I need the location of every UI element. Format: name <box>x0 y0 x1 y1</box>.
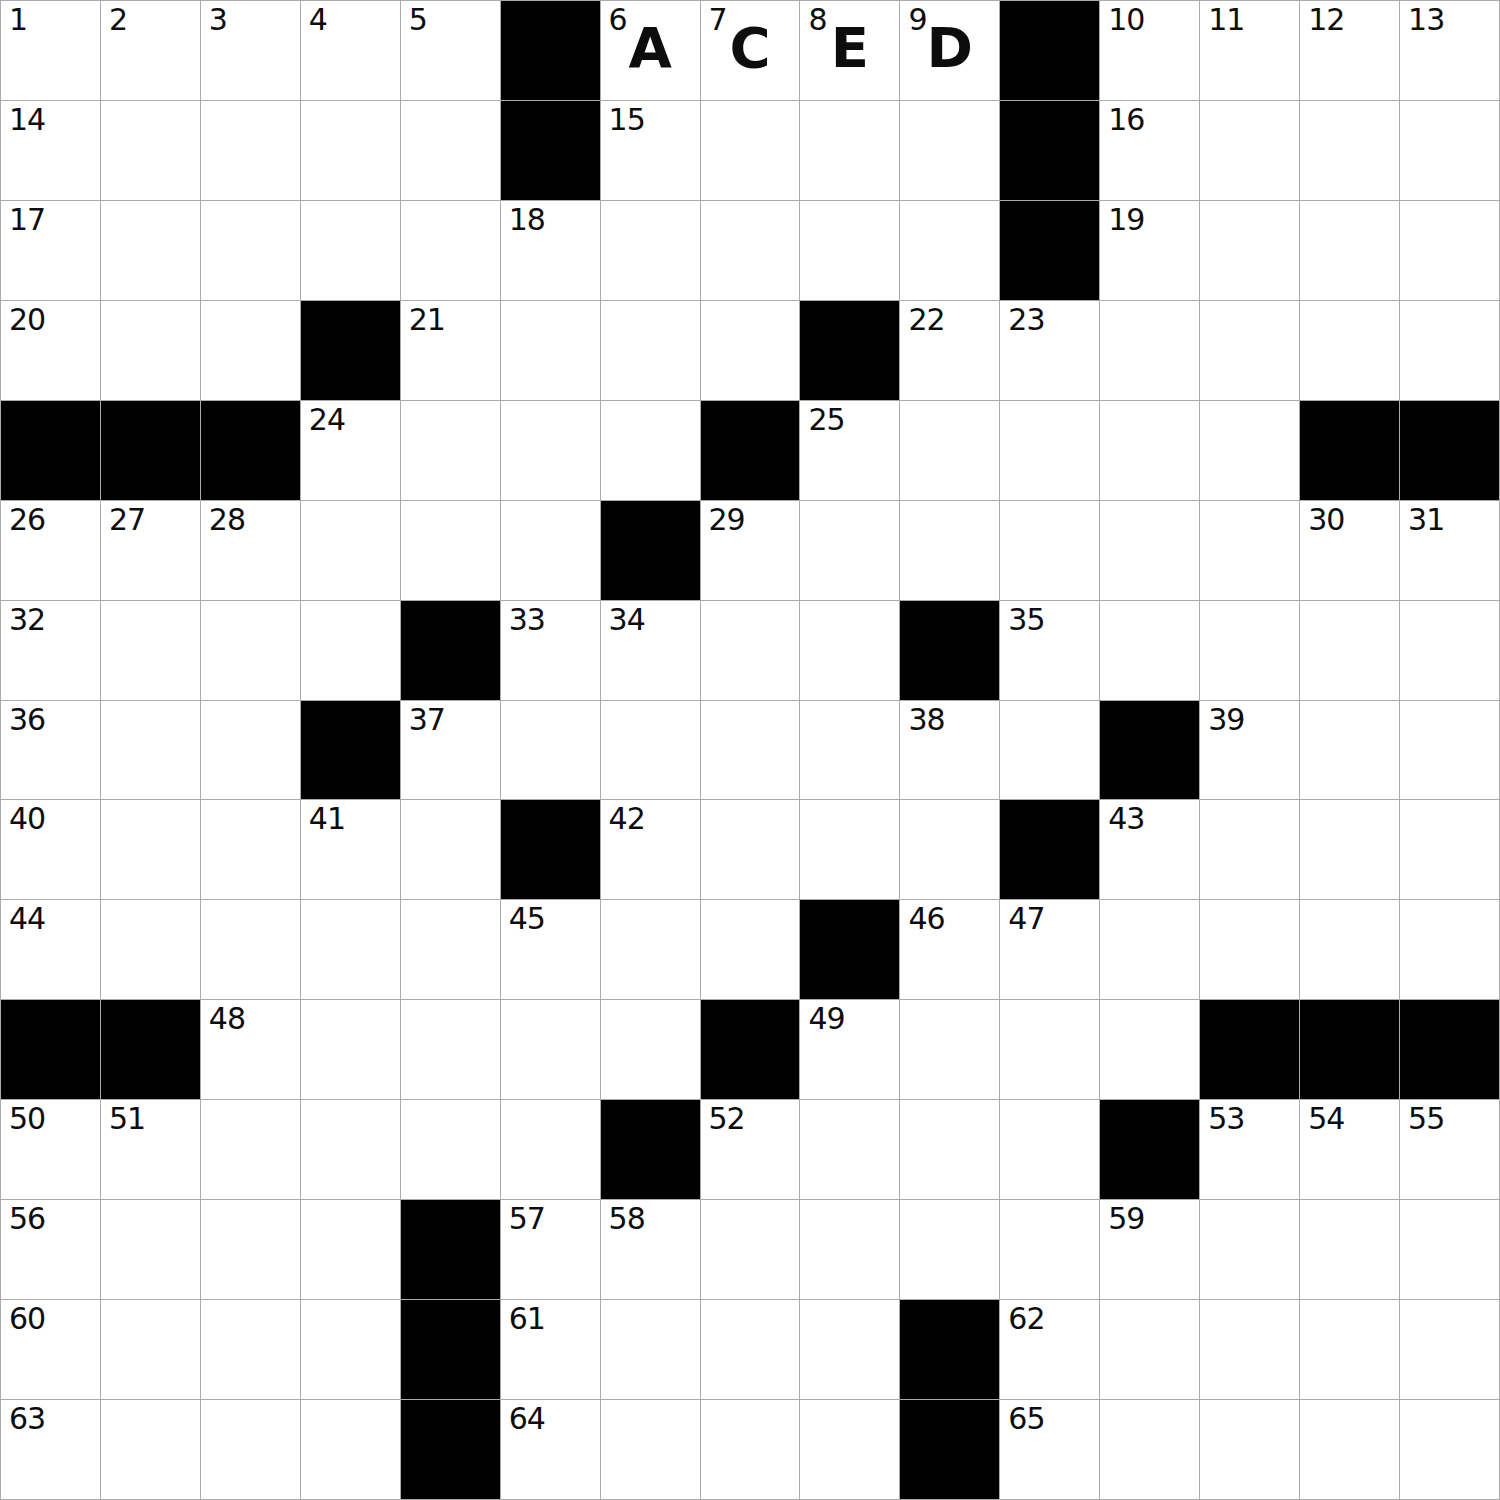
cell-r7c7[interactable] <box>701 701 801 801</box>
clue-number: 36 <box>9 705 45 735</box>
cell-r2c1[interactable] <box>101 201 201 301</box>
cell-r14c3[interactable] <box>301 1400 401 1500</box>
clue-number: 21 <box>409 305 445 335</box>
cell-r3c1[interactable] <box>101 301 201 401</box>
cell-r3c9[interactable]: 22 <box>900 301 1000 401</box>
clue-number: 57 <box>509 1204 545 1234</box>
cell-r4c3[interactable]: 24 <box>301 401 401 501</box>
cell-r1c0[interactable]: 14 <box>1 101 101 201</box>
block-cell-r7c11 <box>1100 701 1200 801</box>
clue-number: 31 <box>1408 505 1444 535</box>
cell-r14c1[interactable] <box>101 1400 201 1500</box>
cell-r9c5[interactable]: 45 <box>501 900 601 1000</box>
cell-r5c8[interactable] <box>800 501 900 601</box>
block-cell-r10c7 <box>701 1000 801 1100</box>
clue-number: 2 <box>109 5 127 35</box>
cell-r7c8[interactable] <box>800 701 900 801</box>
cell-r13c12[interactable] <box>1200 1300 1300 1400</box>
cell-r1c11[interactable]: 16 <box>1100 101 1200 201</box>
cell-r9c14[interactable] <box>1400 900 1500 1000</box>
cell-r4c12[interactable] <box>1200 401 1300 501</box>
clue-number: 11 <box>1208 5 1244 35</box>
cell-r13c3[interactable] <box>301 1300 401 1400</box>
cell-r4c4[interactable] <box>401 401 501 501</box>
cell-r14c5[interactable]: 64 <box>501 1400 601 1500</box>
clue-number: 62 <box>1008 1304 1044 1334</box>
cell-r3c4[interactable]: 21 <box>401 301 501 401</box>
cell-r12c7[interactable] <box>701 1200 801 1300</box>
clue-number: 39 <box>1208 705 1244 735</box>
cell-r9c12[interactable] <box>1200 900 1300 1000</box>
cell-r4c10[interactable] <box>1000 401 1100 501</box>
clue-number: 32 <box>9 605 45 635</box>
block-cell-r11c6 <box>601 1100 701 1200</box>
cell-r11c1[interactable]: 51 <box>101 1100 201 1200</box>
block-cell-r1c5 <box>501 101 601 201</box>
cell-r14c2[interactable] <box>201 1400 301 1500</box>
cell-r13c6[interactable] <box>601 1300 701 1400</box>
cell-r12c5[interactable]: 57 <box>501 1200 601 1300</box>
cell-r7c0[interactable]: 36 <box>1 701 101 801</box>
clue-number: 23 <box>1008 305 1044 335</box>
block-cell-r1c10 <box>1000 101 1100 201</box>
block-cell-r6c4 <box>401 601 501 701</box>
cell-r4c8[interactable]: 25 <box>800 401 900 501</box>
clue-number: 19 <box>1108 205 1144 235</box>
cell-r5c1[interactable]: 27 <box>101 501 201 601</box>
clue-number: 13 <box>1408 5 1444 35</box>
cell-r6c13[interactable] <box>1300 601 1400 701</box>
block-cell-r8c5 <box>501 800 601 900</box>
cell-r4c9[interactable] <box>900 401 1000 501</box>
cell-r14c6[interactable] <box>601 1400 701 1500</box>
clue-number: 15 <box>609 105 645 135</box>
cell-r2c12[interactable] <box>1200 201 1300 301</box>
cell-r5c7[interactable]: 29 <box>701 501 801 601</box>
cell-r5c4[interactable] <box>401 501 501 601</box>
cell-r3c14[interactable] <box>1400 301 1500 401</box>
clue-number: 61 <box>509 1304 545 1334</box>
clue-number: 26 <box>9 505 45 535</box>
cell-r14c13[interactable] <box>1300 1400 1400 1500</box>
cell-r7c10[interactable] <box>1000 701 1100 801</box>
block-cell-r4c0 <box>1 401 101 501</box>
cell-r3c6[interactable] <box>601 301 701 401</box>
block-cell-r2c10 <box>1000 201 1100 301</box>
cell-r5c5[interactable] <box>501 501 601 601</box>
clue-number: 14 <box>9 105 45 135</box>
cell-r14c7[interactable] <box>701 1400 801 1500</box>
cell-letter: A <box>601 1 700 100</box>
cell-letter: D <box>900 1 999 100</box>
cell-r6c8[interactable] <box>800 601 900 701</box>
cell-r11c5[interactable] <box>501 1100 601 1200</box>
clue-number: 30 <box>1308 505 1344 535</box>
cell-r7c5[interactable] <box>501 701 601 801</box>
cell-letter: C <box>701 1 800 100</box>
cell-r12c11[interactable]: 59 <box>1100 1200 1200 1300</box>
block-cell-r4c7 <box>701 401 801 501</box>
clue-number: 25 <box>808 405 844 435</box>
clue-number: 58 <box>609 1204 645 1234</box>
cell-r2c3[interactable] <box>301 201 401 301</box>
cell-r10c5[interactable] <box>501 1000 601 1100</box>
block-cell-r0c5 <box>501 1 601 101</box>
cell-r2c2[interactable] <box>201 201 301 301</box>
cell-r6c5[interactable]: 33 <box>501 601 601 701</box>
cell-r12c9[interactable] <box>900 1200 1000 1300</box>
block-cell-r6c9 <box>900 601 1000 701</box>
cell-r3c0[interactable]: 20 <box>1 301 101 401</box>
cell-r5c13[interactable]: 30 <box>1300 501 1400 601</box>
block-cell-r9c8 <box>800 900 900 1000</box>
cell-r8c8[interactable] <box>800 800 900 900</box>
cell-r14c12[interactable] <box>1200 1400 1300 1500</box>
cell-r11c0[interactable]: 50 <box>1 1100 101 1200</box>
cell-r8c3[interactable]: 41 <box>301 800 401 900</box>
cell-r6c12[interactable] <box>1200 601 1300 701</box>
clue-number: 47 <box>1008 904 1044 934</box>
cell-r9c1[interactable] <box>101 900 201 1000</box>
block-cell-r3c3 <box>301 301 401 401</box>
clue-number: 54 <box>1308 1104 1344 1134</box>
cell-r10c3[interactable] <box>301 1000 401 1100</box>
cell-r12c14[interactable] <box>1400 1200 1500 1300</box>
cell-r2c0[interactable]: 17 <box>1 201 101 301</box>
block-cell-r0c10 <box>1000 1 1100 101</box>
clue-number: 56 <box>9 1204 45 1234</box>
cell-r10c11[interactable] <box>1100 1000 1200 1100</box>
cell-r0c1[interactable]: 2 <box>101 1 201 101</box>
cell-r11c14[interactable]: 55 <box>1400 1100 1500 1200</box>
cell-r6c7[interactable] <box>701 601 801 701</box>
cell-r8c14[interactable] <box>1400 800 1500 900</box>
clue-number: 33 <box>509 605 545 635</box>
clue-number: 27 <box>109 505 145 535</box>
cell-r1c14[interactable] <box>1400 101 1500 201</box>
cell-r6c3[interactable] <box>301 601 401 701</box>
cell-r9c13[interactable] <box>1300 900 1400 1000</box>
cell-r1c1[interactable] <box>101 101 201 201</box>
cell-r7c4[interactable]: 37 <box>401 701 501 801</box>
crossword-grid: 123456A7C8E9D101112131415161718192021222… <box>0 0 1500 1500</box>
clue-number: 37 <box>409 705 445 735</box>
cell-r12c1[interactable] <box>101 1200 201 1300</box>
clue-number: 5 <box>409 5 427 35</box>
cell-r8c12[interactable] <box>1200 800 1300 900</box>
clue-number: 60 <box>9 1304 45 1334</box>
block-cell-r4c14 <box>1400 401 1500 501</box>
cell-r8c13[interactable] <box>1300 800 1400 900</box>
cell-r7c2[interactable] <box>201 701 301 801</box>
cell-r0c2[interactable]: 3 <box>201 1 301 101</box>
block-cell-r13c4 <box>401 1300 501 1400</box>
cell-r10c8[interactable]: 49 <box>800 1000 900 1100</box>
cell-r9c2[interactable] <box>201 900 301 1000</box>
cell-r9c11[interactable] <box>1100 900 1200 1000</box>
block-cell-r12c4 <box>401 1200 501 1300</box>
cell-r5c2[interactable]: 28 <box>201 501 301 601</box>
cell-r2c8[interactable] <box>800 201 900 301</box>
cell-r13c13[interactable] <box>1300 1300 1400 1400</box>
block-cell-r5c6 <box>601 501 701 601</box>
cell-r7c9[interactable]: 38 <box>900 701 1000 801</box>
block-cell-r10c12 <box>1200 1000 1300 1100</box>
cell-letter: E <box>800 1 899 100</box>
cell-r0c0[interactable]: 1 <box>1 1 101 101</box>
clue-number: 34 <box>609 605 645 635</box>
cell-r1c4[interactable] <box>401 101 501 201</box>
cell-r2c14[interactable] <box>1400 201 1500 301</box>
cell-r3c10[interactable]: 23 <box>1000 301 1100 401</box>
cell-r12c8[interactable] <box>800 1200 900 1300</box>
cell-r12c2[interactable] <box>201 1200 301 1300</box>
block-cell-r4c2 <box>201 401 301 501</box>
cell-r12c12[interactable] <box>1200 1200 1300 1300</box>
cell-r7c14[interactable] <box>1400 701 1500 801</box>
block-cell-r14c4 <box>401 1400 501 1500</box>
block-cell-r14c9 <box>900 1400 1000 1500</box>
clue-number: 16 <box>1108 105 1144 135</box>
cell-r0c14[interactable]: 13 <box>1400 1 1500 101</box>
cell-r10c9[interactable] <box>900 1000 1000 1100</box>
cell-r6c10[interactable]: 35 <box>1000 601 1100 701</box>
clue-number: 40 <box>9 804 45 834</box>
clue-number: 1 <box>9 5 27 35</box>
cell-r0c6[interactable]: 6A <box>601 1 701 101</box>
cell-r13c5[interactable]: 61 <box>501 1300 601 1400</box>
clue-number: 44 <box>9 904 45 934</box>
clue-number: 10 <box>1108 5 1144 35</box>
block-cell-r7c3 <box>301 701 401 801</box>
cell-r7c12[interactable]: 39 <box>1200 701 1300 801</box>
cell-r0c8[interactable]: 8E <box>800 1 900 101</box>
cell-r3c11[interactable] <box>1100 301 1200 401</box>
cell-r12c6[interactable]: 58 <box>601 1200 701 1300</box>
clue-number: 42 <box>609 804 645 834</box>
cell-r14c14[interactable] <box>1400 1400 1500 1500</box>
cell-r2c9[interactable] <box>900 201 1000 301</box>
clue-number: 53 <box>1208 1104 1244 1134</box>
cell-r13c2[interactable] <box>201 1300 301 1400</box>
cell-r14c0[interactable]: 63 <box>1 1400 101 1500</box>
clue-number: 3 <box>209 5 227 35</box>
cell-r0c13[interactable]: 12 <box>1300 1 1400 101</box>
cell-r5c14[interactable]: 31 <box>1400 501 1500 601</box>
cell-r11c12[interactable]: 53 <box>1200 1100 1300 1200</box>
cell-r11c2[interactable] <box>201 1100 301 1200</box>
cell-r5c11[interactable] <box>1100 501 1200 601</box>
cell-r3c5[interactable] <box>501 301 601 401</box>
cell-r8c6[interactable]: 42 <box>601 800 701 900</box>
clue-number: 24 <box>309 405 345 435</box>
cell-r0c12[interactable]: 11 <box>1200 1 1300 101</box>
clue-number: 64 <box>509 1404 545 1434</box>
cell-r14c10[interactable]: 65 <box>1000 1400 1100 1500</box>
cell-r12c13[interactable] <box>1300 1200 1400 1300</box>
block-cell-r10c14 <box>1400 1000 1500 1100</box>
cell-r0c4[interactable]: 5 <box>401 1 501 101</box>
clue-number: 38 <box>908 705 944 735</box>
cell-r7c1[interactable] <box>101 701 201 801</box>
clue-number: 46 <box>908 904 944 934</box>
cell-r6c14[interactable] <box>1400 601 1500 701</box>
cell-r9c9[interactable]: 46 <box>900 900 1000 1000</box>
clue-number: 52 <box>709 1104 745 1134</box>
clue-number: 51 <box>109 1104 145 1134</box>
cell-r5c12[interactable] <box>1200 501 1300 601</box>
cell-r1c7[interactable] <box>701 101 801 201</box>
cell-r11c8[interactable] <box>800 1100 900 1200</box>
cell-r11c7[interactable]: 52 <box>701 1100 801 1200</box>
block-cell-r3c8 <box>800 301 900 401</box>
block-cell-r4c1 <box>101 401 201 501</box>
block-cell-r11c11 <box>1100 1100 1200 1200</box>
cell-r4c11[interactable] <box>1100 401 1200 501</box>
cell-r0c11[interactable]: 10 <box>1100 1 1200 101</box>
cell-r2c6[interactable] <box>601 201 701 301</box>
cell-r4c6[interactable] <box>601 401 701 501</box>
cell-r3c2[interactable] <box>201 301 301 401</box>
block-cell-r8c10 <box>1000 800 1100 900</box>
cell-r8c2[interactable] <box>201 800 301 900</box>
cell-r5c9[interactable] <box>900 501 1000 601</box>
cell-r1c8[interactable] <box>800 101 900 201</box>
clue-number: 20 <box>9 305 45 335</box>
cell-r9c4[interactable] <box>401 900 501 1000</box>
cell-r6c0[interactable]: 32 <box>1 601 101 701</box>
cell-r2c13[interactable] <box>1300 201 1400 301</box>
cell-r9c3[interactable] <box>301 900 401 1000</box>
cell-r13c14[interactable] <box>1400 1300 1500 1400</box>
cell-r13c0[interactable]: 60 <box>1 1300 101 1400</box>
cell-r3c7[interactable] <box>701 301 801 401</box>
clue-number: 35 <box>1008 605 1044 635</box>
block-cell-r10c1 <box>101 1000 201 1100</box>
cell-r9c10[interactable]: 47 <box>1000 900 1100 1000</box>
clue-number: 55 <box>1408 1104 1444 1134</box>
cell-r2c5[interactable]: 18 <box>501 201 601 301</box>
clue-number: 22 <box>908 305 944 335</box>
cell-r13c1[interactable] <box>101 1300 201 1400</box>
cell-r6c11[interactable] <box>1100 601 1200 701</box>
cell-r11c9[interactable] <box>900 1100 1000 1200</box>
clue-number: 18 <box>509 205 545 235</box>
cell-r3c13[interactable] <box>1300 301 1400 401</box>
cell-r7c13[interactable] <box>1300 701 1400 801</box>
clue-number: 29 <box>709 505 745 535</box>
clue-number: 43 <box>1108 804 1144 834</box>
cell-r9c6[interactable] <box>601 900 701 1000</box>
cell-r5c0[interactable]: 26 <box>1 501 101 601</box>
cell-r1c9[interactable] <box>900 101 1000 201</box>
clue-number: 65 <box>1008 1404 1044 1434</box>
cell-r8c7[interactable] <box>701 800 801 900</box>
cell-r1c6[interactable]: 15 <box>601 101 701 201</box>
cell-r0c7[interactable]: 7C <box>701 1 801 101</box>
cell-r10c2[interactable]: 48 <box>201 1000 301 1100</box>
block-cell-r10c13 <box>1300 1000 1400 1100</box>
cell-r1c13[interactable] <box>1300 101 1400 201</box>
cell-r10c6[interactable] <box>601 1000 701 1100</box>
block-cell-r10c0 <box>1 1000 101 1100</box>
cell-r0c9[interactable]: 9D <box>900 1 1000 101</box>
cell-r13c11[interactable] <box>1100 1300 1200 1400</box>
cell-r10c4[interactable] <box>401 1000 501 1100</box>
cell-r3c12[interactable] <box>1200 301 1300 401</box>
clue-number: 63 <box>9 1404 45 1434</box>
cell-r8c11[interactable]: 43 <box>1100 800 1200 900</box>
cell-r13c7[interactable] <box>701 1300 801 1400</box>
cell-r4c5[interactable] <box>501 401 601 501</box>
block-cell-r13c9 <box>900 1300 1000 1400</box>
cell-r13c10[interactable]: 62 <box>1000 1300 1100 1400</box>
clue-number: 4 <box>309 5 327 35</box>
cell-r13c8[interactable] <box>800 1300 900 1400</box>
cell-r8c9[interactable] <box>900 800 1000 900</box>
cell-r6c6[interactable]: 34 <box>601 601 701 701</box>
cell-r11c4[interactable] <box>401 1100 501 1200</box>
clue-number: 17 <box>9 205 45 235</box>
cell-r2c4[interactable] <box>401 201 501 301</box>
clue-number: 45 <box>509 904 545 934</box>
cell-r2c7[interactable] <box>701 201 801 301</box>
cell-r1c12[interactable] <box>1200 101 1300 201</box>
clue-number: 28 <box>209 505 245 535</box>
cell-r9c7[interactable] <box>701 900 801 1000</box>
clue-number: 50 <box>9 1104 45 1134</box>
cell-r6c1[interactable] <box>101 601 201 701</box>
clue-number: 12 <box>1308 5 1344 35</box>
cell-r6c2[interactable] <box>201 601 301 701</box>
clue-number: 41 <box>309 804 345 834</box>
cell-r12c10[interactable] <box>1000 1200 1100 1300</box>
cell-r0c3[interactable]: 4 <box>301 1 401 101</box>
clue-number: 48 <box>209 1004 245 1034</box>
cell-r12c3[interactable] <box>301 1200 401 1300</box>
cell-r11c13[interactable]: 54 <box>1300 1100 1400 1200</box>
cell-r1c2[interactable] <box>201 101 301 201</box>
clue-number: 49 <box>808 1004 844 1034</box>
block-cell-r4c13 <box>1300 401 1400 501</box>
cell-r2c11[interactable]: 19 <box>1100 201 1200 301</box>
cell-r14c8[interactable] <box>800 1400 900 1500</box>
cell-r1c3[interactable] <box>301 101 401 201</box>
cell-r5c3[interactable] <box>301 501 401 601</box>
cell-r11c3[interactable] <box>301 1100 401 1200</box>
cell-r8c4[interactable] <box>401 800 501 900</box>
clue-number: 59 <box>1108 1204 1144 1234</box>
cell-r12c0[interactable]: 56 <box>1 1200 101 1300</box>
cell-r9c0[interactable]: 44 <box>1 900 101 1000</box>
cell-r14c11[interactable] <box>1100 1400 1200 1500</box>
cell-r11c10[interactable] <box>1000 1100 1100 1200</box>
cell-r7c6[interactable] <box>601 701 701 801</box>
cell-r8c0[interactable]: 40 <box>1 800 101 900</box>
cell-r10c10[interactable] <box>1000 1000 1100 1100</box>
cell-r5c10[interactable] <box>1000 501 1100 601</box>
cell-r8c1[interactable] <box>101 800 201 900</box>
